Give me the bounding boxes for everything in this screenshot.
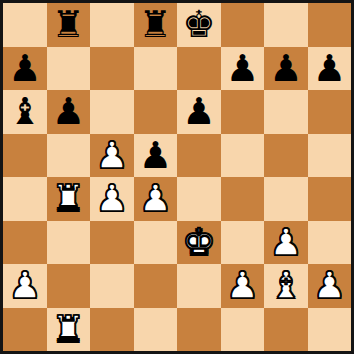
square-d4[interactable]: ♟ [134, 177, 178, 221]
white-pawn-g3: ♟ [269, 221, 302, 264]
square-h3[interactable] [308, 221, 352, 265]
square-g5[interactable] [264, 134, 308, 178]
square-g4[interactable] [264, 177, 308, 221]
square-d6[interactable] [134, 90, 178, 134]
black-bishop-a6: ♝ [8, 90, 41, 133]
square-a8[interactable] [3, 3, 47, 47]
square-e3[interactable]: ♚ [177, 221, 221, 265]
square-f5[interactable] [221, 134, 265, 178]
square-d7[interactable] [134, 47, 178, 91]
white-pawn-a2: ♟ [8, 264, 41, 307]
square-f6[interactable] [221, 90, 265, 134]
white-pawn-c4: ♟ [95, 177, 128, 220]
square-f2[interactable]: ♟ [221, 264, 265, 308]
square-f3[interactable] [221, 221, 265, 265]
square-c8[interactable] [90, 3, 134, 47]
square-c1[interactable] [90, 308, 134, 352]
square-b1[interactable]: ♜ [47, 308, 91, 352]
white-pawn-f2: ♟ [226, 264, 259, 307]
square-d8[interactable]: ♜ [134, 3, 178, 47]
square-f1[interactable] [221, 308, 265, 352]
square-b8[interactable]: ♜ [47, 3, 91, 47]
square-e5[interactable] [177, 134, 221, 178]
black-pawn-b6: ♟ [52, 90, 85, 133]
white-pawn-d4: ♟ [139, 177, 172, 220]
square-h1[interactable] [308, 308, 352, 352]
white-rook-b4: ♜ [52, 177, 85, 220]
black-rook-d8: ♜ [139, 3, 172, 46]
square-g8[interactable] [264, 3, 308, 47]
square-a5[interactable] [3, 134, 47, 178]
square-c7[interactable] [90, 47, 134, 91]
black-pawn-a7: ♟ [8, 47, 41, 90]
square-e8[interactable]: ♚ [177, 3, 221, 47]
square-d2[interactable] [134, 264, 178, 308]
white-pawn-h2: ♟ [313, 264, 346, 307]
square-a7[interactable]: ♟ [3, 47, 47, 91]
square-a2[interactable]: ♟ [3, 264, 47, 308]
white-pawn-c5: ♟ [95, 134, 128, 177]
square-h8[interactable] [308, 3, 352, 47]
black-pawn-h7: ♟ [313, 47, 346, 90]
square-h5[interactable] [308, 134, 352, 178]
chess-board: ♜♜♚♟♟♟♟♝♟♟♟♟♜♟♟♚♟♟♟♝♟♜ [3, 3, 351, 351]
square-f8[interactable] [221, 3, 265, 47]
board-frame: ♜♜♚♟♟♟♟♝♟♟♟♟♜♟♟♚♟♟♟♝♟♜ [0, 0, 354, 354]
white-rook-b1: ♜ [52, 308, 85, 351]
black-pawn-e6: ♟ [182, 90, 215, 133]
white-bishop-g2: ♝ [269, 264, 302, 307]
square-g6[interactable] [264, 90, 308, 134]
square-g1[interactable] [264, 308, 308, 352]
square-e2[interactable] [177, 264, 221, 308]
square-h7[interactable]: ♟ [308, 47, 352, 91]
square-f7[interactable]: ♟ [221, 47, 265, 91]
square-b2[interactable] [47, 264, 91, 308]
square-b3[interactable] [47, 221, 91, 265]
square-e1[interactable] [177, 308, 221, 352]
square-h4[interactable] [308, 177, 352, 221]
square-g3[interactable]: ♟ [264, 221, 308, 265]
square-b7[interactable] [47, 47, 91, 91]
square-c2[interactable] [90, 264, 134, 308]
square-a4[interactable] [3, 177, 47, 221]
square-c5[interactable]: ♟ [90, 134, 134, 178]
square-g2[interactable]: ♝ [264, 264, 308, 308]
square-d3[interactable] [134, 221, 178, 265]
square-h6[interactable] [308, 90, 352, 134]
square-d5[interactable]: ♟ [134, 134, 178, 178]
white-king-e3: ♚ [182, 221, 215, 264]
square-a6[interactable]: ♝ [3, 90, 47, 134]
black-pawn-d5: ♟ [139, 134, 172, 177]
square-b5[interactable] [47, 134, 91, 178]
square-b4[interactable]: ♜ [47, 177, 91, 221]
square-a1[interactable] [3, 308, 47, 352]
square-e7[interactable] [177, 47, 221, 91]
square-e4[interactable] [177, 177, 221, 221]
black-pawn-f7: ♟ [226, 47, 259, 90]
square-g7[interactable]: ♟ [264, 47, 308, 91]
square-f4[interactable] [221, 177, 265, 221]
black-king-e8: ♚ [182, 3, 215, 46]
square-h2[interactable]: ♟ [308, 264, 352, 308]
square-e6[interactable]: ♟ [177, 90, 221, 134]
square-d1[interactable] [134, 308, 178, 352]
black-rook-b8: ♜ [52, 3, 85, 46]
square-c3[interactable] [90, 221, 134, 265]
black-pawn-g7: ♟ [269, 47, 302, 90]
square-a3[interactable] [3, 221, 47, 265]
square-c6[interactable] [90, 90, 134, 134]
square-b6[interactable]: ♟ [47, 90, 91, 134]
square-c4[interactable]: ♟ [90, 177, 134, 221]
